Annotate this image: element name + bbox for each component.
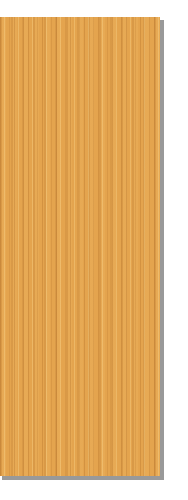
go-diagram-page: [0, 0, 188, 500]
go-board[interactable]: [0, 17, 160, 476]
board-edge-shadow-bottom: [2, 476, 164, 480]
board-edge-shadow-right: [160, 20, 164, 480]
board-grid-lines: [0, 17, 160, 476]
